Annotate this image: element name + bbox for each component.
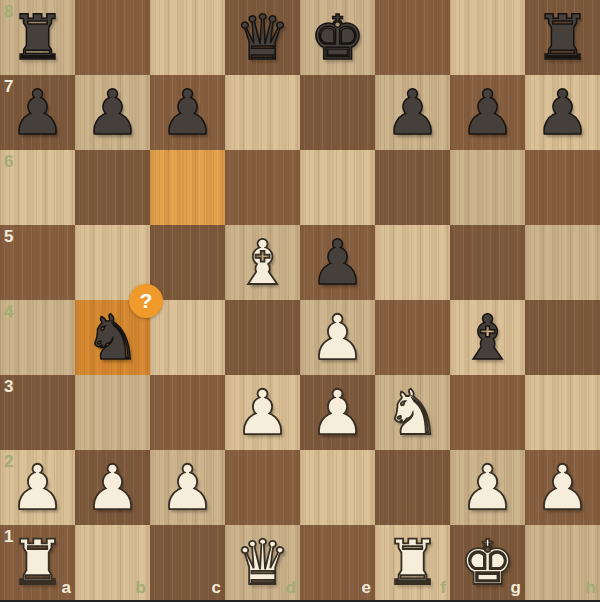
square-h8[interactable]: ♜ <box>525 0 600 75</box>
square-e5[interactable]: ♟ <box>300 225 375 300</box>
square-e3[interactable]: ♟ <box>300 375 375 450</box>
black-rook-a8[interactable]: ♜ <box>0 0 75 75</box>
square-f8[interactable] <box>375 0 450 75</box>
square-a1[interactable]: 1a♜ <box>0 525 75 600</box>
square-d7[interactable] <box>225 75 300 150</box>
square-h4[interactable] <box>525 300 600 375</box>
square-d1[interactable]: d♛ <box>225 525 300 600</box>
square-e1[interactable]: e <box>300 525 375 600</box>
square-f3[interactable]: ♞ <box>375 375 450 450</box>
white-pawn-h2[interactable]: ♟ <box>525 450 600 525</box>
square-b1[interactable]: b <box>75 525 150 600</box>
square-b6[interactable] <box>75 150 150 225</box>
white-pawn-g2[interactable]: ♟ <box>450 450 525 525</box>
square-d3[interactable]: ♟ <box>225 375 300 450</box>
rank-label-5: 5 <box>4 227 13 247</box>
square-e6[interactable] <box>300 150 375 225</box>
white-pawn-d3[interactable]: ♟ <box>225 375 300 450</box>
black-queen-d8[interactable]: ♛ <box>225 0 300 75</box>
square-c1[interactable]: c <box>150 525 225 600</box>
square-c8[interactable] <box>150 0 225 75</box>
square-a2[interactable]: 2♟ <box>0 450 75 525</box>
square-g2[interactable]: ♟ <box>450 450 525 525</box>
black-bishop-g4[interactable]: ♝ <box>450 300 525 375</box>
square-h3[interactable] <box>525 375 600 450</box>
square-g5[interactable] <box>450 225 525 300</box>
black-king-e8[interactable]: ♚ <box>300 0 375 75</box>
square-h5[interactable] <box>525 225 600 300</box>
white-pawn-b2[interactable]: ♟ <box>75 450 150 525</box>
square-b7[interactable]: ♟ <box>75 75 150 150</box>
rank-label-3: 3 <box>4 377 13 397</box>
rank-label-4: 4 <box>4 302 13 322</box>
square-b8[interactable] <box>75 0 150 75</box>
square-h7[interactable]: ♟ <box>525 75 600 150</box>
square-e4[interactable]: ♟ <box>300 300 375 375</box>
square-f6[interactable] <box>375 150 450 225</box>
square-d4[interactable] <box>225 300 300 375</box>
black-pawn-g7[interactable]: ♟ <box>450 75 525 150</box>
white-pawn-e4[interactable]: ♟ <box>300 300 375 375</box>
black-pawn-f7[interactable]: ♟ <box>375 75 450 150</box>
square-h2[interactable]: ♟ <box>525 450 600 525</box>
square-f5[interactable] <box>375 225 450 300</box>
square-h6[interactable] <box>525 150 600 225</box>
square-f2[interactable] <box>375 450 450 525</box>
square-d6[interactable] <box>225 150 300 225</box>
square-f1[interactable]: f♜ <box>375 525 450 600</box>
square-a8[interactable]: 8♜ <box>0 0 75 75</box>
square-c7[interactable]: ♟ <box>150 75 225 150</box>
black-pawn-h7[interactable]: ♟ <box>525 75 600 150</box>
black-pawn-c7[interactable]: ♟ <box>150 75 225 150</box>
square-a7[interactable]: 7♟ <box>0 75 75 150</box>
square-g7[interactable]: ♟ <box>450 75 525 150</box>
black-pawn-b7[interactable]: ♟ <box>75 75 150 150</box>
white-rook-f1[interactable]: ♜ <box>375 525 450 600</box>
square-a3[interactable]: 3 <box>0 375 75 450</box>
square-c5[interactable] <box>150 225 225 300</box>
white-knight-f3[interactable]: ♞ <box>375 375 450 450</box>
square-a4[interactable]: 4 <box>0 300 75 375</box>
white-queen-d1[interactable]: ♛ <box>225 525 300 600</box>
white-pawn-e3[interactable]: ♟ <box>300 375 375 450</box>
square-g4[interactable]: ♝ <box>450 300 525 375</box>
square-g3[interactable] <box>450 375 525 450</box>
file-label-c: c <box>212 578 221 598</box>
chess-board: 8♜♛♚♜7♟♟♟♟♟♟65♝♟4♞♟♝3♟♟♞2♟♟♟♟♟1a♜bcd♛ef♜… <box>0 0 600 600</box>
square-f4[interactable] <box>375 300 450 375</box>
square-d5[interactable]: ♝ <box>225 225 300 300</box>
white-pawn-a2[interactable]: ♟ <box>0 450 75 525</box>
square-a6[interactable]: 6 <box>0 150 75 225</box>
black-pawn-a7[interactable]: ♟ <box>0 75 75 150</box>
square-h1[interactable]: h <box>525 525 600 600</box>
square-g1[interactable]: g♚ <box>450 525 525 600</box>
square-e8[interactable]: ♚ <box>300 0 375 75</box>
rank-label-6: 6 <box>4 152 13 172</box>
mistake-badge-icon: ? <box>129 284 163 318</box>
square-c3[interactable] <box>150 375 225 450</box>
square-d8[interactable]: ♛ <box>225 0 300 75</box>
square-c4[interactable] <box>150 300 225 375</box>
square-c6[interactable] <box>150 150 225 225</box>
file-label-h: h <box>586 578 596 598</box>
white-bishop-d5[interactable]: ♝ <box>225 225 300 300</box>
square-g8[interactable] <box>450 0 525 75</box>
square-e7[interactable] <box>300 75 375 150</box>
white-pawn-c2[interactable]: ♟ <box>150 450 225 525</box>
square-b2[interactable]: ♟ <box>75 450 150 525</box>
square-b3[interactable] <box>75 375 150 450</box>
white-king-g1[interactable]: ♚ <box>450 525 525 600</box>
square-g6[interactable] <box>450 150 525 225</box>
square-a5[interactable]: 5 <box>0 225 75 300</box>
black-pawn-e5[interactable]: ♟ <box>300 225 375 300</box>
black-rook-h8[interactable]: ♜ <box>525 0 600 75</box>
square-f7[interactable]: ♟ <box>375 75 450 150</box>
white-rook-a1[interactable]: ♜ <box>0 525 75 600</box>
file-label-b: b <box>136 578 146 598</box>
square-e2[interactable] <box>300 450 375 525</box>
file-label-e: e <box>362 578 371 598</box>
square-c2[interactable]: ♟ <box>150 450 225 525</box>
square-d2[interactable] <box>225 450 300 525</box>
chessboard-app: 8♜♛♚♜7♟♟♟♟♟♟65♝♟4♞♟♝3♟♟♞2♟♟♟♟♟1a♜bcd♛ef♜… <box>0 0 600 602</box>
